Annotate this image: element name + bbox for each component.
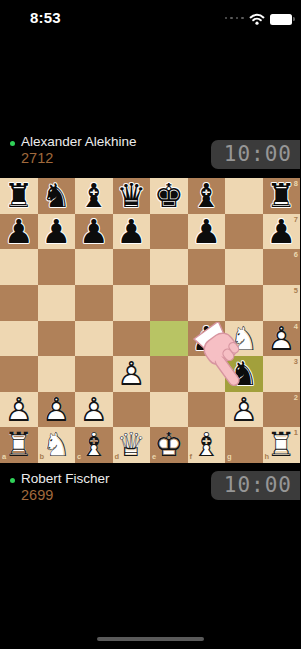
piece-white-bishop[interactable]: ♝♗ <box>188 427 226 463</box>
rank-label-1: 1 <box>294 429 298 437</box>
square-c7[interactable]: ♟ <box>75 214 113 250</box>
square-b1[interactable]: b♞♘ <box>38 427 76 463</box>
square-b2[interactable]: ♟♙ <box>38 392 76 428</box>
square-c1[interactable]: c♝♗ <box>75 427 113 463</box>
square-a5[interactable] <box>0 285 38 321</box>
square-g1[interactable]: g <box>225 427 263 463</box>
piece-black-queen[interactable]: ♛ <box>113 178 151 214</box>
square-b5[interactable] <box>38 285 76 321</box>
file-label-a: a <box>2 453 6 461</box>
file-label-c: c <box>77 453 81 461</box>
piece-white-pawn[interactable]: ♟♙ <box>225 392 263 428</box>
square-d4[interactable] <box>113 321 151 357</box>
piece-black-pawn[interactable]: ♟ <box>0 214 38 250</box>
square-a3[interactable] <box>0 356 38 392</box>
player-rating-top: 2712 <box>21 150 53 167</box>
square-e3[interactable] <box>150 356 188 392</box>
square-h5[interactable]: 5 <box>263 285 301 321</box>
square-a1[interactable]: a♜♖ <box>0 427 38 463</box>
square-e5[interactable] <box>150 285 188 321</box>
piece-black-pawn[interactable]: ♟ <box>113 214 151 250</box>
square-e8[interactable]: ♚ <box>150 178 188 214</box>
file-label-e: e <box>152 453 156 461</box>
square-c4[interactable] <box>75 321 113 357</box>
square-b6[interactable] <box>38 249 76 285</box>
rank-label-6: 6 <box>294 251 298 259</box>
square-h4[interactable]: 4♟♙ <box>263 321 301 357</box>
clock-bottom: 10:00 <box>211 471 300 500</box>
rank-label-7: 7 <box>294 216 298 224</box>
square-c5[interactable] <box>75 285 113 321</box>
piece-black-pawn[interactable]: ♟ <box>38 214 76 250</box>
chess-board[interactable]: ♜♞♝♛♚♝8♜♟♟♟♟♟7♟65♟♞♘4♟♙♟♙♞3♟♙♟♙♟♙♟♙2a♜♖b… <box>0 178 300 463</box>
piece-white-pawn[interactable]: ♟♙ <box>113 356 151 392</box>
square-g6[interactable] <box>225 249 263 285</box>
piece-black-knight[interactable]: ♞ <box>225 356 263 392</box>
player-row-bottom: Robert Fischer 2699 10:00 <box>0 466 300 510</box>
square-h2[interactable]: 2 <box>263 392 301 428</box>
piece-black-king[interactable]: ♚ <box>150 178 188 214</box>
square-f8[interactable]: ♝ <box>188 178 226 214</box>
file-label-b: b <box>40 453 45 461</box>
square-d6[interactable] <box>113 249 151 285</box>
square-b3[interactable] <box>38 356 76 392</box>
piece-black-bishop[interactable]: ♝ <box>188 178 226 214</box>
square-a8[interactable]: ♜ <box>0 178 38 214</box>
square-g8[interactable] <box>225 178 263 214</box>
piece-white-pawn[interactable]: ♟♙ <box>0 392 38 428</box>
player-rating-bottom: 2699 <box>21 487 53 504</box>
rank-label-3: 3 <box>294 358 298 366</box>
player-row-top: Alexander Alekhine 2712 10:00 <box>0 129 300 173</box>
piece-black-pawn[interactable]: ♟ <box>188 214 226 250</box>
square-h1[interactable]: 1h♜♖ <box>263 427 301 463</box>
square-f3[interactable] <box>188 356 226 392</box>
piece-white-pawn[interactable]: ♟♙ <box>38 392 76 428</box>
square-d3[interactable]: ♟♙ <box>113 356 151 392</box>
square-f7[interactable]: ♟ <box>188 214 226 250</box>
piece-white-knight[interactable]: ♞♘ <box>225 321 263 357</box>
square-d2[interactable] <box>113 392 151 428</box>
square-h3[interactable]: 3 <box>263 356 301 392</box>
file-label-f: f <box>190 453 193 461</box>
square-d8[interactable]: ♛ <box>113 178 151 214</box>
square-e7[interactable] <box>150 214 188 250</box>
clock-top: 10:00 <box>211 140 300 169</box>
wifi-icon <box>249 13 265 25</box>
rank-label-8: 8 <box>294 180 298 188</box>
square-b4[interactable] <box>38 321 76 357</box>
square-f6[interactable] <box>188 249 226 285</box>
piece-black-bishop[interactable]: ♝ <box>75 178 113 214</box>
square-f1[interactable]: f♝♗ <box>188 427 226 463</box>
square-g5[interactable] <box>225 285 263 321</box>
piece-black-rook[interactable]: ♜ <box>0 178 38 214</box>
home-indicator[interactable] <box>97 637 204 641</box>
square-a6[interactable] <box>0 249 38 285</box>
square-a2[interactable]: ♟♙ <box>0 392 38 428</box>
battery-icon <box>270 14 292 25</box>
cellular-signal-icon <box>225 17 244 22</box>
square-d1[interactable]: d♛♕ <box>113 427 151 463</box>
rank-label-4: 4 <box>294 323 298 331</box>
square-c2[interactable]: ♟♙ <box>75 392 113 428</box>
square-b7[interactable]: ♟ <box>38 214 76 250</box>
square-d7[interactable]: ♟ <box>113 214 151 250</box>
player-name-top: Alexander Alekhine <box>21 133 137 150</box>
square-f4[interactable]: ♟ <box>188 321 226 357</box>
rank-label-2: 2 <box>294 394 298 402</box>
file-label-d: d <box>115 453 120 461</box>
rank-label-5: 5 <box>294 287 298 295</box>
piece-black-pawn[interactable]: ♟ <box>188 321 226 357</box>
square-e4[interactable] <box>150 321 188 357</box>
square-g3[interactable]: ♞ <box>225 356 263 392</box>
square-h6[interactable]: 6 <box>263 249 301 285</box>
square-g7[interactable] <box>225 214 263 250</box>
square-f5[interactable] <box>188 285 226 321</box>
square-g2[interactable]: ♟♙ <box>225 392 263 428</box>
player-name-bottom: Robert Fischer <box>21 470 110 487</box>
square-f2[interactable] <box>188 392 226 428</box>
square-e6[interactable] <box>150 249 188 285</box>
status-icons <box>225 13 292 25</box>
chess-app-screen: 8:53 Alexander Alekhine 2712 10:00 ♜♞♝♛♚… <box>0 0 300 649</box>
square-c8[interactable]: ♝ <box>75 178 113 214</box>
square-h7[interactable]: 7♟ <box>263 214 301 250</box>
square-g4[interactable]: ♞♘ <box>225 321 263 357</box>
status-time: 8:53 <box>30 9 61 26</box>
piece-black-knight[interactable]: ♞ <box>38 178 76 214</box>
square-b8[interactable]: ♞ <box>38 178 76 214</box>
square-e2[interactable] <box>150 392 188 428</box>
file-label-h: h <box>265 453 270 461</box>
square-a4[interactable] <box>0 321 38 357</box>
square-a7[interactable]: ♟ <box>0 214 38 250</box>
piece-black-pawn[interactable]: ♟ <box>75 214 113 250</box>
piece-white-pawn[interactable]: ♟♙ <box>75 392 113 428</box>
square-h8[interactable]: 8♜ <box>263 178 301 214</box>
file-label-g: g <box>227 453 232 461</box>
online-status-dot <box>10 141 15 146</box>
square-d5[interactable] <box>113 285 151 321</box>
square-c6[interactable] <box>75 249 113 285</box>
square-c3[interactable] <box>75 356 113 392</box>
online-status-dot <box>10 478 15 483</box>
square-e1[interactable]: e♚♔ <box>150 427 188 463</box>
